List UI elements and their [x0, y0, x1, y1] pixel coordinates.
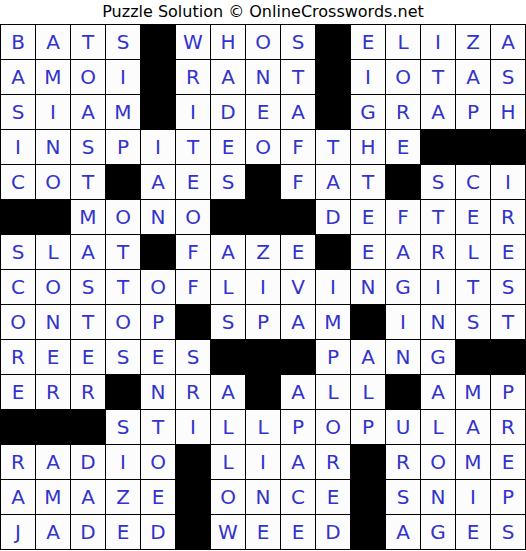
- cell-r9c2: N: [36, 305, 70, 339]
- cell-r2c13: T: [421, 60, 455, 94]
- black-cell-r10c15: [491, 340, 525, 374]
- cell-r2c7: A: [211, 60, 245, 94]
- cell-r11c14: M: [456, 375, 490, 409]
- cell-r7c11: E: [351, 235, 385, 269]
- black-cell-r11c4: [106, 375, 140, 409]
- cell-r11c9: A: [281, 375, 315, 409]
- cell-r2c12: O: [386, 60, 420, 94]
- cell-r2c1: A: [1, 60, 35, 94]
- cell-r15c1: J: [1, 515, 35, 549]
- cell-r10c1: R: [1, 340, 35, 374]
- cell-r15c5: D: [141, 515, 175, 549]
- cell-r9c9: A: [281, 305, 315, 339]
- cell-r13c10: R: [316, 445, 350, 479]
- cell-r11c3: R: [71, 375, 105, 409]
- cell-r4c3: S: [71, 130, 105, 164]
- cell-r15c9: E: [281, 515, 315, 549]
- cell-r14c8: N: [246, 480, 280, 514]
- cell-r2c8: N: [246, 60, 280, 94]
- cell-r11c5: N: [141, 375, 175, 409]
- cell-r6c4: O: [106, 200, 140, 234]
- cell-r14c10: E: [316, 480, 350, 514]
- cell-r11c10: L: [316, 375, 350, 409]
- black-cell-r4c14: [456, 130, 490, 164]
- page-title: Puzzle Solution © OnlineCrosswords.net: [0, 0, 526, 24]
- cell-r13c3: D: [71, 445, 105, 479]
- cell-r4c1: I: [1, 130, 35, 164]
- cell-r3c8: E: [246, 95, 280, 129]
- cell-r6c13: T: [421, 200, 455, 234]
- cell-r2c9: T: [281, 60, 315, 94]
- cell-r9c12: I: [386, 305, 420, 339]
- cell-r8c8: I: [246, 270, 280, 304]
- cell-r8c13: I: [421, 270, 455, 304]
- black-cell-r5c8: [246, 165, 280, 199]
- cell-r4c9: F: [281, 130, 315, 164]
- cell-r5c3: T: [71, 165, 105, 199]
- cell-r10c10: P: [316, 340, 350, 374]
- cell-r12c7: L: [211, 410, 245, 444]
- cell-r7c3: A: [71, 235, 105, 269]
- cell-r13c15: E: [491, 445, 525, 479]
- cell-r1c2: A: [36, 25, 70, 59]
- cell-r5c7: S: [211, 165, 245, 199]
- cell-r5c1: C: [1, 165, 35, 199]
- black-cell-r14c11: [351, 480, 385, 514]
- cell-r4c7: E: [211, 130, 245, 164]
- black-cell-r10c7: [211, 340, 245, 374]
- cell-r4c10: T: [316, 130, 350, 164]
- cell-r15c13: G: [421, 515, 455, 549]
- cell-r14c9: C: [281, 480, 315, 514]
- cell-r14c5: E: [141, 480, 175, 514]
- cell-r14c4: Z: [106, 480, 140, 514]
- cell-r4c5: I: [141, 130, 175, 164]
- cell-r7c6: F: [176, 235, 210, 269]
- cell-r12c11: P: [351, 410, 385, 444]
- black-cell-r7c10: [316, 235, 350, 269]
- cell-r12c13: L: [421, 410, 455, 444]
- cell-r14c3: A: [71, 480, 105, 514]
- cell-r7c1: S: [1, 235, 35, 269]
- cell-r4c12: E: [386, 130, 420, 164]
- cell-r3c11: G: [351, 95, 385, 129]
- cell-r11c11: L: [351, 375, 385, 409]
- black-cell-r10c9: [281, 340, 315, 374]
- cell-r15c2: A: [36, 515, 70, 549]
- cell-r2c3: O: [71, 60, 105, 94]
- black-cell-r15c6: [176, 515, 210, 549]
- black-cell-r6c7: [211, 200, 245, 234]
- black-cell-r9c6: [176, 305, 210, 339]
- black-cell-r6c2: [36, 200, 70, 234]
- cell-r6c12: F: [386, 200, 420, 234]
- cell-r11c13: A: [421, 375, 455, 409]
- cell-r3c4: M: [106, 95, 140, 129]
- cell-r13c5: O: [141, 445, 175, 479]
- black-cell-r14c6: [176, 480, 210, 514]
- cell-r2c14: A: [456, 60, 490, 94]
- cell-r4c8: O: [246, 130, 280, 164]
- cell-r5c9: F: [281, 165, 315, 199]
- puzzle-solution-page: Puzzle Solution © OnlineCrosswords.net B…: [0, 0, 526, 551]
- cell-r9c13: N: [421, 305, 455, 339]
- cell-r10c4: S: [106, 340, 140, 374]
- cell-r3c7: D: [211, 95, 245, 129]
- cell-r2c11: I: [351, 60, 385, 94]
- cell-r10c3: E: [71, 340, 105, 374]
- cell-r8c3: S: [71, 270, 105, 304]
- black-cell-r5c4: [106, 165, 140, 199]
- cell-r3c3: A: [71, 95, 105, 129]
- cell-r8c11: N: [351, 270, 385, 304]
- cell-r15c14: E: [456, 515, 490, 549]
- black-cell-r12c2: [36, 410, 70, 444]
- cell-r13c8: I: [246, 445, 280, 479]
- cell-r12c10: O: [316, 410, 350, 444]
- cell-r5c6: E: [176, 165, 210, 199]
- cell-r12c14: A: [456, 410, 490, 444]
- cell-r4c2: N: [36, 130, 70, 164]
- black-cell-r9c11: [351, 305, 385, 339]
- cell-r15c7: W: [211, 515, 245, 549]
- black-cell-r15c11: [351, 515, 385, 549]
- cell-r13c9: A: [281, 445, 315, 479]
- cell-r15c3: D: [71, 515, 105, 549]
- cell-r15c8: E: [246, 515, 280, 549]
- cell-r7c4: T: [106, 235, 140, 269]
- cell-r5c15: I: [491, 165, 525, 199]
- cell-r11c2: R: [36, 375, 70, 409]
- cell-r1c7: H: [211, 25, 245, 59]
- cell-r10c11: A: [351, 340, 385, 374]
- cell-r1c9: S: [281, 25, 315, 59]
- cell-r13c2: A: [36, 445, 70, 479]
- cell-r9c10: M: [316, 305, 350, 339]
- cell-r10c13: G: [421, 340, 455, 374]
- cell-r13c7: L: [211, 445, 245, 479]
- cell-r14c12: S: [386, 480, 420, 514]
- cell-r10c5: E: [141, 340, 175, 374]
- cell-r15c10: D: [316, 515, 350, 549]
- cell-r8c12: G: [386, 270, 420, 304]
- black-cell-r13c11: [351, 445, 385, 479]
- black-cell-r6c1: [1, 200, 35, 234]
- cell-r15c12: A: [386, 515, 420, 549]
- cell-r1c8: O: [246, 25, 280, 59]
- cell-r3c12: R: [386, 95, 420, 129]
- cell-r9c15: T: [491, 305, 525, 339]
- cell-r1c3: T: [71, 25, 105, 59]
- cell-r3c14: P: [456, 95, 490, 129]
- cell-r3c9: A: [281, 95, 315, 129]
- cell-r7c8: Z: [246, 235, 280, 269]
- cell-r7c15: E: [491, 235, 525, 269]
- cell-r8c7: L: [211, 270, 245, 304]
- cell-r14c2: M: [36, 480, 70, 514]
- cell-r5c10: A: [316, 165, 350, 199]
- cell-r9c3: T: [71, 305, 105, 339]
- cell-r6c6: O: [176, 200, 210, 234]
- cell-r2c4: I: [106, 60, 140, 94]
- cell-r11c7: A: [211, 375, 245, 409]
- cell-r10c6: S: [176, 340, 210, 374]
- cell-r8c1: C: [1, 270, 35, 304]
- cell-r4c11: H: [351, 130, 385, 164]
- cell-r11c6: R: [176, 375, 210, 409]
- cell-r12c4: S: [106, 410, 140, 444]
- cell-r9c4: O: [106, 305, 140, 339]
- cell-r14c1: A: [1, 480, 35, 514]
- black-cell-r6c9: [281, 200, 315, 234]
- cell-r1c15: A: [491, 25, 525, 59]
- cell-r7c14: L: [456, 235, 490, 269]
- cell-r6c3: M: [71, 200, 105, 234]
- cell-r10c12: N: [386, 340, 420, 374]
- black-cell-r10c14: [456, 340, 490, 374]
- cell-r9c1: O: [1, 305, 35, 339]
- black-cell-r2c5: [141, 60, 175, 94]
- cell-r8c10: I: [316, 270, 350, 304]
- black-cell-r1c5: [141, 25, 175, 59]
- cell-r9c5: P: [141, 305, 175, 339]
- cell-r11c15: P: [491, 375, 525, 409]
- cell-r1c1: B: [1, 25, 35, 59]
- cell-r13c4: I: [106, 445, 140, 479]
- cell-r3c6: I: [176, 95, 210, 129]
- cell-r12c8: L: [246, 410, 280, 444]
- cell-r2c15: S: [491, 60, 525, 94]
- cell-r13c12: R: [386, 445, 420, 479]
- cell-r7c9: E: [281, 235, 315, 269]
- black-cell-r13c6: [176, 445, 210, 479]
- cell-r5c13: S: [421, 165, 455, 199]
- cell-r15c4: E: [106, 515, 140, 549]
- cell-r3c2: I: [36, 95, 70, 129]
- crossword-grid: BATSWHOSELIZAAMOIRANTIOTASSIAMIDEAGRAPHI…: [0, 24, 526, 550]
- cell-r8c14: T: [456, 270, 490, 304]
- cell-r12c12: U: [386, 410, 420, 444]
- cell-r13c1: R: [1, 445, 35, 479]
- cell-r8c4: T: [106, 270, 140, 304]
- black-cell-r12c3: [71, 410, 105, 444]
- black-cell-r11c8: [246, 375, 280, 409]
- cell-r1c4: S: [106, 25, 140, 59]
- cell-r8c2: O: [36, 270, 70, 304]
- cell-r14c14: I: [456, 480, 490, 514]
- cell-r7c7: A: [211, 235, 245, 269]
- black-cell-r11c12: [386, 375, 420, 409]
- cell-r15c15: S: [491, 515, 525, 549]
- cell-r5c14: C: [456, 165, 490, 199]
- cell-r13c13: O: [421, 445, 455, 479]
- cell-r5c5: A: [141, 165, 175, 199]
- cell-r12c15: R: [491, 410, 525, 444]
- black-cell-r3c10: [316, 95, 350, 129]
- cell-r9c7: S: [211, 305, 245, 339]
- cell-r1c13: I: [421, 25, 455, 59]
- cell-r5c2: O: [36, 165, 70, 199]
- cell-r14c7: O: [211, 480, 245, 514]
- cell-r1c6: W: [176, 25, 210, 59]
- black-cell-r6c8: [246, 200, 280, 234]
- cell-r2c2: M: [36, 60, 70, 94]
- black-cell-r10c8: [246, 340, 280, 374]
- cell-r3c1: S: [1, 95, 35, 129]
- black-cell-r3c5: [141, 95, 175, 129]
- black-cell-r1c10: [316, 25, 350, 59]
- cell-r6c14: E: [456, 200, 490, 234]
- cell-r6c11: E: [351, 200, 385, 234]
- black-cell-r4c13: [421, 130, 455, 164]
- cell-r5c11: T: [351, 165, 385, 199]
- cell-r9c14: S: [456, 305, 490, 339]
- black-cell-r12c1: [1, 410, 35, 444]
- cell-r7c12: A: [386, 235, 420, 269]
- cell-r1c14: Z: [456, 25, 490, 59]
- cell-r12c9: P: [281, 410, 315, 444]
- cell-r4c4: P: [106, 130, 140, 164]
- cell-r13c14: M: [456, 445, 490, 479]
- cell-r7c2: L: [36, 235, 70, 269]
- cell-r7c13: R: [421, 235, 455, 269]
- cell-r14c15: P: [491, 480, 525, 514]
- cell-r1c11: E: [351, 25, 385, 59]
- cell-r8c5: O: [141, 270, 175, 304]
- cell-r3c13: A: [421, 95, 455, 129]
- cell-r8c15: S: [491, 270, 525, 304]
- black-cell-r7c5: [141, 235, 175, 269]
- cell-r14c13: N: [421, 480, 455, 514]
- cell-r12c5: T: [141, 410, 175, 444]
- cell-r4c6: T: [176, 130, 210, 164]
- cell-r8c9: V: [281, 270, 315, 304]
- cell-r6c5: N: [141, 200, 175, 234]
- black-cell-r2c10: [316, 60, 350, 94]
- cell-r10c2: E: [36, 340, 70, 374]
- cell-r9c8: P: [246, 305, 280, 339]
- cell-r11c1: E: [1, 375, 35, 409]
- cell-r12c6: I: [176, 410, 210, 444]
- cell-r6c10: D: [316, 200, 350, 234]
- cell-r6c15: R: [491, 200, 525, 234]
- cell-r8c6: F: [176, 270, 210, 304]
- black-cell-r4c15: [491, 130, 525, 164]
- cell-r2c6: R: [176, 60, 210, 94]
- cell-r1c12: L: [386, 25, 420, 59]
- black-cell-r5c12: [386, 165, 420, 199]
- cell-r3c15: H: [491, 95, 525, 129]
